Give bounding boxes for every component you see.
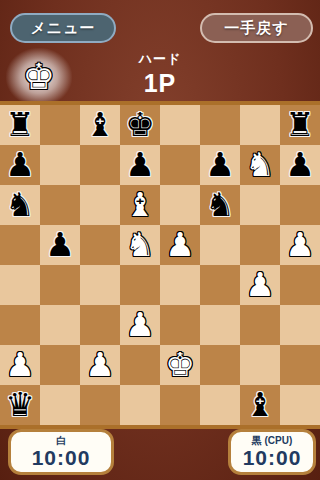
square-b2[interactable]: [40, 345, 80, 385]
square-a6[interactable]: ♞: [0, 185, 40, 225]
square-g8[interactable]: [240, 105, 280, 145]
square-c6[interactable]: [80, 185, 120, 225]
square-c8[interactable]: ♝: [80, 105, 120, 145]
square-e5[interactable]: ♟: [160, 225, 200, 265]
square-g7[interactable]: ♞: [240, 145, 280, 185]
square-d8[interactable]: ♚: [120, 105, 160, 145]
square-e2[interactable]: ♚: [160, 345, 200, 385]
square-g3[interactable]: [240, 305, 280, 345]
square-d2[interactable]: [120, 345, 160, 385]
black-clock-time: 10:00: [231, 447, 313, 469]
square-d1[interactable]: [120, 385, 160, 425]
square-a3[interactable]: [0, 305, 40, 345]
square-e4[interactable]: [160, 265, 200, 305]
piece-black-rook[interactable]: ♜: [285, 105, 315, 145]
square-c7[interactable]: [80, 145, 120, 185]
piece-white-knight[interactable]: ♞: [125, 225, 155, 265]
square-h3[interactable]: [280, 305, 320, 345]
difficulty-label: ハード: [0, 50, 320, 68]
piece-white-pawn[interactable]: ♟: [245, 265, 275, 305]
piece-white-pawn[interactable]: ♟: [125, 305, 155, 345]
square-h7[interactable]: ♟: [280, 145, 320, 185]
square-g2[interactable]: [240, 345, 280, 385]
square-h4[interactable]: [280, 265, 320, 305]
square-h6[interactable]: [280, 185, 320, 225]
square-e8[interactable]: [160, 105, 200, 145]
square-c4[interactable]: [80, 265, 120, 305]
square-d7[interactable]: ♟: [120, 145, 160, 185]
piece-white-pawn[interactable]: ♟: [285, 225, 315, 265]
chess-board: ♜♝♚♜♟♟♟♞♟♞♝♞♟♞♟♟♟♟♟♟♚♛♝: [0, 101, 320, 429]
piece-white-knight[interactable]: ♞: [245, 145, 275, 185]
piece-black-king[interactable]: ♚: [125, 105, 155, 145]
square-a8[interactable]: ♜: [0, 105, 40, 145]
square-b5[interactable]: ♟: [40, 225, 80, 265]
square-d5[interactable]: ♞: [120, 225, 160, 265]
undo-move-button[interactable]: 一手戻す: [200, 13, 313, 43]
piece-black-pawn[interactable]: ♟: [205, 145, 235, 185]
square-g5[interactable]: [240, 225, 280, 265]
square-e7[interactable]: [160, 145, 200, 185]
square-f3[interactable]: [200, 305, 240, 345]
square-c3[interactable]: [80, 305, 120, 345]
square-a2[interactable]: ♟: [0, 345, 40, 385]
undo-move-button-label: 一手戻す: [224, 19, 288, 38]
piece-black-rook[interactable]: ♜: [5, 105, 35, 145]
square-f6[interactable]: ♞: [200, 185, 240, 225]
square-c1[interactable]: [80, 385, 120, 425]
piece-white-pawn[interactable]: ♟: [5, 345, 35, 385]
square-f4[interactable]: [200, 265, 240, 305]
square-f8[interactable]: [200, 105, 240, 145]
square-d3[interactable]: ♟: [120, 305, 160, 345]
square-e6[interactable]: [160, 185, 200, 225]
square-c5[interactable]: [80, 225, 120, 265]
piece-white-bishop[interactable]: ♝: [125, 185, 155, 225]
piece-white-pawn[interactable]: ♟: [165, 225, 195, 265]
square-f5[interactable]: [200, 225, 240, 265]
square-c2[interactable]: ♟: [80, 345, 120, 385]
square-h2[interactable]: [280, 345, 320, 385]
header-center: ハード 1P: [0, 50, 320, 98]
square-h5[interactable]: ♟: [280, 225, 320, 265]
square-h8[interactable]: ♜: [280, 105, 320, 145]
piece-white-king[interactable]: ♚: [165, 345, 195, 385]
piece-black-queen[interactable]: ♛: [5, 385, 35, 425]
player-mode-label: 1P: [0, 69, 320, 98]
square-a7[interactable]: ♟: [0, 145, 40, 185]
square-a4[interactable]: [0, 265, 40, 305]
menu-button[interactable]: メニュー: [10, 13, 116, 43]
square-h1[interactable]: [280, 385, 320, 425]
piece-white-pawn[interactable]: ♟: [85, 345, 115, 385]
square-a5[interactable]: [0, 225, 40, 265]
piece-black-knight[interactable]: ♞: [5, 185, 35, 225]
black-clock: 黒 (CPU) 10:00: [228, 429, 316, 475]
square-b6[interactable]: [40, 185, 80, 225]
piece-black-pawn[interactable]: ♟: [125, 145, 155, 185]
square-f7[interactable]: ♟: [200, 145, 240, 185]
square-f1[interactable]: [200, 385, 240, 425]
piece-black-pawn[interactable]: ♟: [5, 145, 35, 185]
square-g4[interactable]: ♟: [240, 265, 280, 305]
menu-button-label: メニュー: [30, 19, 95, 38]
white-clock: 白 10:00: [8, 429, 114, 475]
square-b4[interactable]: [40, 265, 80, 305]
piece-black-pawn[interactable]: ♟: [45, 225, 75, 265]
piece-black-pawn[interactable]: ♟: [285, 145, 315, 185]
piece-black-bishop[interactable]: ♝: [85, 105, 115, 145]
piece-black-knight[interactable]: ♞: [205, 185, 235, 225]
square-d6[interactable]: ♝: [120, 185, 160, 225]
square-b1[interactable]: [40, 385, 80, 425]
square-e3[interactable]: [160, 305, 200, 345]
square-b7[interactable]: [40, 145, 80, 185]
square-g6[interactable]: [240, 185, 280, 225]
square-b8[interactable]: [40, 105, 80, 145]
piece-black-bishop[interactable]: ♝: [245, 385, 275, 425]
white-clock-time: 10:00: [11, 447, 111, 469]
square-g1[interactable]: ♝: [240, 385, 280, 425]
square-e1[interactable]: [160, 385, 200, 425]
square-d4[interactable]: [120, 265, 160, 305]
square-a1[interactable]: ♛: [0, 385, 40, 425]
square-b3[interactable]: [40, 305, 80, 345]
square-f2[interactable]: [200, 345, 240, 385]
